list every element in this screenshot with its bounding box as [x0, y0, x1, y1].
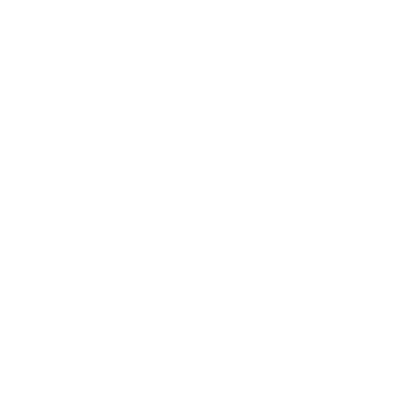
chess-diagram — [0, 0, 408, 408]
chess-board — [0, 0, 408, 408]
